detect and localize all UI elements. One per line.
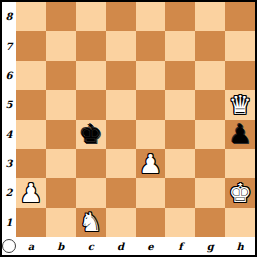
piece-white-pawn-a2[interactable]: ♟ <box>19 180 42 206</box>
square-f4[interactable] <box>165 120 195 149</box>
file-label-c: c <box>76 237 106 255</box>
square-a2[interactable]: ♟ <box>16 178 46 207</box>
chess-diagram: 87654321 ♛♚♟♟♟♚♞ abcdefgh <box>0 0 257 257</box>
square-b8[interactable] <box>46 2 76 31</box>
square-f5[interactable] <box>165 90 195 119</box>
square-g2[interactable] <box>195 178 225 207</box>
square-a6[interactable] <box>16 61 46 90</box>
square-b3[interactable] <box>46 149 76 178</box>
piece-white-knight-c1[interactable]: ♞ <box>79 209 102 235</box>
file-label-d: d <box>106 237 136 255</box>
square-d2[interactable] <box>106 178 136 207</box>
square-a1[interactable] <box>16 208 46 237</box>
square-h1[interactable] <box>225 208 255 237</box>
square-b2[interactable] <box>46 178 76 207</box>
rank-label-3: 3 <box>2 149 16 178</box>
square-h4[interactable]: ♟ <box>225 120 255 149</box>
square-b1[interactable] <box>46 208 76 237</box>
square-f8[interactable] <box>165 2 195 31</box>
square-c5[interactable] <box>76 90 106 119</box>
square-b6[interactable] <box>46 61 76 90</box>
square-f7[interactable] <box>165 31 195 60</box>
diagram-inner: 87654321 ♛♚♟♟♟♚♞ abcdefgh <box>2 2 255 255</box>
square-d8[interactable] <box>106 2 136 31</box>
rank-label-2: 2 <box>2 178 16 207</box>
square-g6[interactable] <box>195 61 225 90</box>
square-c8[interactable] <box>76 2 106 31</box>
square-f2[interactable] <box>165 178 195 207</box>
corner-cell <box>2 237 16 255</box>
chess-board: ♛♚♟♟♟♚♞ <box>16 2 255 237</box>
rank-label-5: 5 <box>2 90 16 119</box>
square-e7[interactable] <box>136 31 166 60</box>
file-label-a: a <box>16 237 46 255</box>
square-e4[interactable] <box>136 120 166 149</box>
square-e8[interactable] <box>136 2 166 31</box>
square-g1[interactable] <box>195 208 225 237</box>
square-h7[interactable] <box>225 31 255 60</box>
square-g7[interactable] <box>195 31 225 60</box>
square-c4[interactable]: ♚ <box>76 120 106 149</box>
file-label-b: b <box>46 237 76 255</box>
square-d3[interactable] <box>106 149 136 178</box>
square-c6[interactable] <box>76 61 106 90</box>
square-c2[interactable] <box>76 178 106 207</box>
rank-label-4: 4 <box>2 120 16 149</box>
square-c1[interactable]: ♞ <box>76 208 106 237</box>
square-e3[interactable]: ♟ <box>136 149 166 178</box>
square-e5[interactable] <box>136 90 166 119</box>
piece-white-pawn-e3[interactable]: ♟ <box>139 151 162 177</box>
square-e6[interactable] <box>136 61 166 90</box>
square-f3[interactable] <box>165 149 195 178</box>
file-label-e: e <box>136 237 166 255</box>
file-label-h: h <box>225 237 255 255</box>
square-h8[interactable] <box>225 2 255 31</box>
square-h3[interactable] <box>225 149 255 178</box>
bottom-row: abcdefgh <box>2 237 255 255</box>
piece-black-pawn-h4[interactable]: ♟ <box>228 121 251 147</box>
square-d4[interactable] <box>106 120 136 149</box>
square-c7[interactable] <box>76 31 106 60</box>
square-b4[interactable] <box>46 120 76 149</box>
square-a5[interactable] <box>16 90 46 119</box>
square-a3[interactable] <box>16 149 46 178</box>
square-d7[interactable] <box>106 31 136 60</box>
square-a8[interactable] <box>16 2 46 31</box>
rank-label-8: 8 <box>2 2 16 31</box>
rank-labels: 87654321 <box>2 2 16 237</box>
board-row: 87654321 ♛♚♟♟♟♚♞ <box>2 2 255 237</box>
square-c3[interactable] <box>76 149 106 178</box>
rank-label-7: 7 <box>2 31 16 60</box>
piece-black-king-c4[interactable]: ♚ <box>79 121 102 147</box>
square-h6[interactable] <box>225 61 255 90</box>
square-e1[interactable] <box>136 208 166 237</box>
square-b5[interactable] <box>46 90 76 119</box>
square-h2[interactable]: ♚ <box>225 178 255 207</box>
square-d6[interactable] <box>106 61 136 90</box>
square-a4[interactable] <box>16 120 46 149</box>
square-d5[interactable] <box>106 90 136 119</box>
square-h5[interactable]: ♛ <box>225 90 255 119</box>
square-a7[interactable] <box>16 31 46 60</box>
square-g8[interactable] <box>195 2 225 31</box>
square-g4[interactable] <box>195 120 225 149</box>
rank-label-1: 1 <box>2 208 16 237</box>
square-d1[interactable] <box>106 208 136 237</box>
square-b7[interactable] <box>46 31 76 60</box>
square-f1[interactable] <box>165 208 195 237</box>
piece-white-queen-h5[interactable]: ♛ <box>228 92 251 118</box>
piece-white-king-h2[interactable]: ♚ <box>228 180 251 206</box>
white-to-move-indicator-icon <box>2 239 16 253</box>
rank-label-6: 6 <box>2 61 16 90</box>
square-g3[interactable] <box>195 149 225 178</box>
square-f6[interactable] <box>165 61 195 90</box>
file-label-g: g <box>195 237 225 255</box>
file-label-f: f <box>165 237 195 255</box>
file-labels: abcdefgh <box>16 237 255 255</box>
square-g5[interactable] <box>195 90 225 119</box>
square-e2[interactable] <box>136 178 166 207</box>
